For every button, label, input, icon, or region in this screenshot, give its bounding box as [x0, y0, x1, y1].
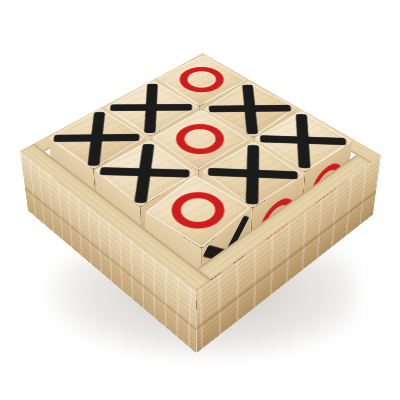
scene	[0, 0, 400, 400]
product-photo	[0, 0, 400, 400]
